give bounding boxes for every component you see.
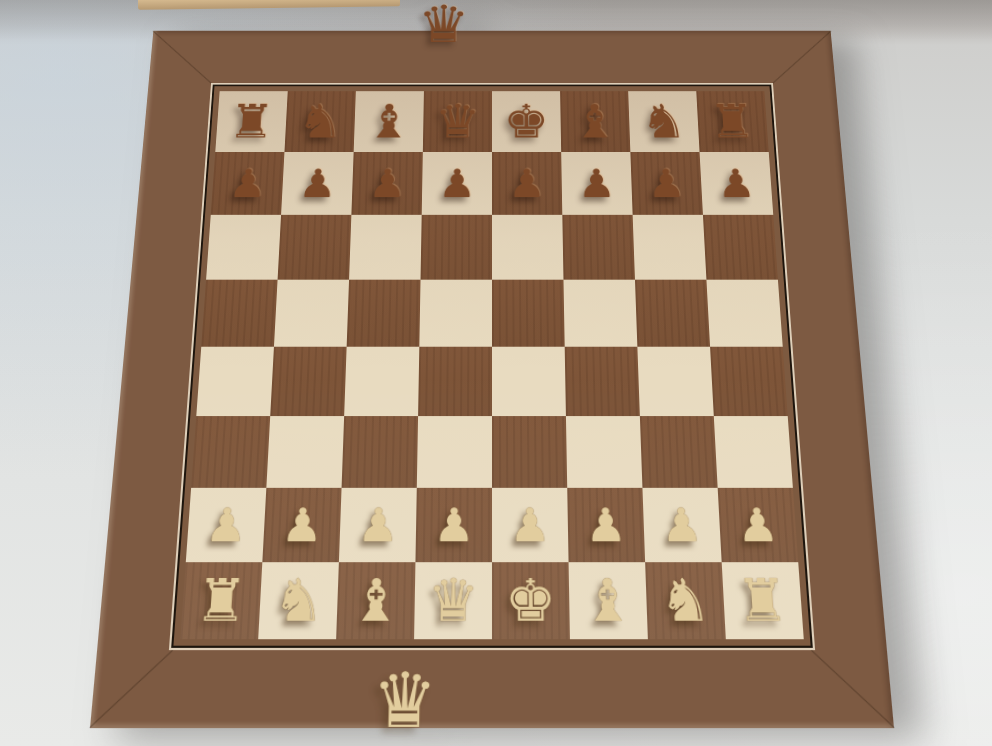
piece-black-pawn-g7[interactable]: ♟ [647, 164, 687, 203]
square-c8[interactable]: ♝ [354, 91, 424, 152]
square-d5[interactable] [419, 280, 492, 347]
scene: ♛ ♛ ♜♞♝♛♚♝♞♜♟♟♟♟♟♟♟♟♟♟♟♟♟♟♟♟♜♞♝♛♚♝♞♜ [0, 0, 992, 746]
piece-black-knight-b8[interactable]: ♞ [296, 98, 344, 144]
piece-black-pawn-e7[interactable]: ♟ [508, 164, 546, 203]
square-c3[interactable] [342, 416, 419, 488]
square-e4[interactable] [492, 347, 566, 416]
square-f8[interactable]: ♝ [560, 91, 630, 152]
square-a2[interactable]: ♟ [186, 488, 267, 562]
square-e8[interactable]: ♚ [492, 91, 561, 152]
square-h4[interactable] [710, 347, 788, 416]
square-a1[interactable]: ♜ [180, 562, 262, 639]
square-b7[interactable]: ♟ [281, 152, 354, 215]
square-e2[interactable]: ♟ [492, 488, 569, 562]
square-a6[interactable] [206, 215, 281, 280]
square-g8[interactable]: ♞ [628, 91, 699, 152]
square-d2[interactable]: ♟ [415, 488, 492, 562]
square-a8[interactable]: ♜ [215, 91, 287, 152]
piece-black-pawn-f7[interactable]: ♟ [577, 164, 616, 203]
square-f1[interactable]: ♝ [569, 562, 648, 639]
piece-black-knight-g8[interactable]: ♞ [640, 98, 688, 144]
square-d4[interactable] [418, 347, 492, 416]
square-d8[interactable]: ♛ [423, 91, 492, 152]
square-g3[interactable] [640, 416, 718, 488]
square-c2[interactable]: ♟ [339, 488, 417, 562]
spare-white-queen[interactable]: ♛ [371, 663, 438, 739]
square-b4[interactable] [270, 347, 346, 416]
piece-white-pawn-a2[interactable]: ♟ [204, 502, 248, 548]
frame-mitre-top-left [153, 31, 216, 87]
square-c7[interactable]: ♟ [351, 152, 422, 215]
square-e3[interactable] [492, 416, 567, 488]
square-c5[interactable] [347, 280, 421, 347]
frame-mitre-bottom-left [89, 650, 173, 728]
piece-white-pawn-e2[interactable]: ♟ [509, 502, 551, 548]
board-inner-border: ♜♞♝♛♚♝♞♜♟♟♟♟♟♟♟♟♟♟♟♟♟♟♟♟♜♞♝♛♚♝♞♜ [171, 85, 813, 648]
square-b5[interactable] [274, 280, 349, 347]
frame-mitre-top-right [768, 31, 831, 87]
piece-black-queen-d8[interactable]: ♛ [434, 98, 480, 144]
piece-white-pawn-d2[interactable]: ♟ [433, 502, 475, 548]
square-b2[interactable]: ♟ [262, 488, 341, 562]
square-f3[interactable] [566, 416, 643, 488]
piece-white-king-e1[interactable]: ♚ [505, 571, 557, 630]
piece-black-rook-h8[interactable]: ♜ [708, 98, 757, 144]
piece-white-pawn-g2[interactable]: ♟ [660, 502, 703, 548]
square-e1[interactable]: ♚ [492, 562, 570, 639]
square-g7[interactable]: ♟ [630, 152, 703, 215]
square-e5[interactable] [492, 280, 565, 347]
square-e7[interactable]: ♟ [492, 152, 562, 215]
square-h2[interactable]: ♟ [718, 488, 799, 562]
square-h7[interactable]: ♟ [700, 152, 774, 215]
square-g4[interactable] [637, 347, 713, 416]
piece-white-rook-a1[interactable]: ♜ [194, 571, 249, 630]
piece-white-bishop-c1[interactable]: ♝ [349, 571, 402, 630]
square-f2[interactable]: ♟ [567, 488, 645, 562]
square-a4[interactable] [196, 347, 274, 416]
piece-white-rook-h1[interactable]: ♜ [735, 571, 790, 630]
square-h6[interactable] [703, 215, 778, 280]
square-h1[interactable]: ♜ [722, 562, 804, 639]
square-c1[interactable]: ♝ [336, 562, 415, 639]
square-a5[interactable] [201, 280, 277, 347]
piece-white-bishop-f1[interactable]: ♝ [582, 571, 635, 630]
square-h8[interactable]: ♜ [696, 91, 768, 152]
square-b6[interactable] [278, 215, 352, 280]
spare-black-queen[interactable]: ♛ [417, 0, 470, 50]
square-c4[interactable] [344, 347, 419, 416]
piece-white-queen-d1[interactable]: ♛ [427, 571, 479, 630]
square-b1[interactable]: ♞ [258, 562, 339, 639]
square-e6[interactable] [492, 215, 563, 280]
square-h3[interactable] [714, 416, 793, 488]
piece-black-pawn-a7[interactable]: ♟ [228, 164, 268, 203]
piece-black-rook-a8[interactable]: ♜ [227, 98, 276, 144]
piece-black-king-e8[interactable]: ♚ [503, 98, 549, 144]
square-c6[interactable] [349, 215, 422, 280]
square-f4[interactable] [565, 347, 640, 416]
square-f6[interactable] [562, 215, 635, 280]
piece-white-pawn-c2[interactable]: ♟ [357, 502, 400, 548]
square-a7[interactable]: ♟ [211, 152, 285, 215]
square-g2[interactable]: ♟ [642, 488, 721, 562]
chess-board: ♛ ♛ ♜♞♝♛♚♝♞♜♟♟♟♟♟♟♟♟♟♟♟♟♟♟♟♟♜♞♝♛♚♝♞♜ [90, 31, 894, 728]
square-f7[interactable]: ♟ [561, 152, 632, 215]
piece-white-knight-g1[interactable]: ♞ [658, 571, 712, 630]
piece-white-pawn-f2[interactable]: ♟ [585, 502, 628, 548]
square-h5[interactable] [706, 280, 782, 347]
piece-black-bishop-f8[interactable]: ♝ [572, 98, 619, 144]
square-d1[interactable]: ♛ [414, 562, 492, 639]
piece-black-bishop-c8[interactable]: ♝ [365, 98, 412, 144]
piece-black-pawn-b7[interactable]: ♟ [298, 164, 338, 203]
square-f5[interactable] [563, 280, 637, 347]
piece-white-pawn-b2[interactable]: ♟ [280, 502, 323, 548]
board-squares: ♜♞♝♛♚♝♞♜♟♟♟♟♟♟♟♟♟♟♟♟♟♟♟♟♜♞♝♛♚♝♞♜ [180, 91, 804, 639]
piece-black-pawn-d7[interactable]: ♟ [438, 164, 476, 203]
piece-white-knight-b1[interactable]: ♞ [272, 571, 326, 630]
square-g5[interactable] [635, 280, 710, 347]
square-d6[interactable] [421, 215, 492, 280]
frame-mitre-bottom-right [811, 650, 895, 728]
square-d3[interactable] [417, 416, 492, 488]
piece-white-pawn-h2[interactable]: ♟ [736, 502, 780, 548]
square-b3[interactable] [266, 416, 344, 488]
square-a3[interactable] [191, 416, 270, 488]
piece-black-pawn-c7[interactable]: ♟ [368, 164, 407, 203]
square-g1[interactable]: ♞ [645, 562, 726, 639]
piece-black-pawn-h7[interactable]: ♟ [716, 164, 756, 203]
square-d7[interactable]: ♟ [422, 152, 492, 215]
square-b8[interactable]: ♞ [284, 91, 355, 152]
square-g6[interactable] [633, 215, 707, 280]
